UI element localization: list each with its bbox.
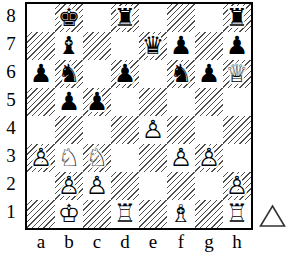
black-pawn-d6[interactable]: ♟ — [114, 60, 136, 88]
rank-label-4: 4 — [0, 114, 22, 142]
square-g6[interactable]: ♟ — [195, 60, 223, 88]
black-bishop-b7[interactable]: ♝ — [58, 32, 80, 60]
square-c2[interactable]: ♙ — [83, 172, 111, 200]
black-pawn-a6[interactable]: ♟ — [30, 60, 52, 88]
rank-label-2: 2 — [0, 170, 22, 198]
file-label-b: b — [55, 231, 83, 253]
white-knight-b3[interactable]: ♘ — [58, 144, 80, 172]
file-label-h: h — [223, 231, 251, 253]
square-h8[interactable]: ♜ — [223, 4, 251, 32]
white-rook-h1[interactable]: ♖ — [226, 200, 248, 228]
black-pawn-h7[interactable]: ♟ — [226, 32, 248, 60]
square-e2[interactable] — [139, 172, 167, 200]
square-c7[interactable] — [83, 32, 111, 60]
rank-label-3: 3 — [0, 142, 22, 170]
square-h1[interactable]: ♖ — [223, 200, 251, 228]
square-a2[interactable] — [27, 172, 55, 200]
square-c1[interactable] — [83, 200, 111, 228]
square-h3[interactable] — [223, 144, 251, 172]
file-label-a: a — [27, 231, 55, 253]
file-label-f: f — [167, 231, 195, 253]
square-h4[interactable] — [223, 116, 251, 144]
white-pawn-g3[interactable]: ♙ — [198, 144, 220, 172]
chess-diagram: 87654321 ♚♜♜♝♛♟♟♟♞♟♞♟♕♟♟♙♙♘♘♙♙♙♙♙♔♖♗♖ ab… — [0, 0, 288, 256]
square-f8[interactable] — [167, 4, 195, 32]
square-g7[interactable] — [195, 32, 223, 60]
square-g5[interactable] — [195, 88, 223, 116]
black-rook-d8[interactable]: ♜ — [114, 4, 136, 32]
square-d6[interactable]: ♟ — [111, 60, 139, 88]
square-d3[interactable] — [111, 144, 139, 172]
square-b6[interactable]: ♞ — [55, 60, 83, 88]
white-pawn-b2[interactable]: ♙ — [58, 172, 80, 200]
square-g4[interactable] — [195, 116, 223, 144]
square-a8[interactable] — [27, 4, 55, 32]
square-h7[interactable]: ♟ — [223, 32, 251, 60]
file-label-d: d — [111, 231, 139, 253]
white-pawn-a3[interactable]: ♙ — [30, 144, 52, 172]
square-h6[interactable]: ♕ — [223, 60, 251, 88]
square-c8[interactable] — [83, 4, 111, 32]
file-label-c: c — [83, 231, 111, 253]
square-f4[interactable] — [167, 116, 195, 144]
file-label-g: g — [195, 231, 223, 253]
white-rook-d1[interactable]: ♖ — [114, 200, 136, 228]
square-d5[interactable] — [111, 88, 139, 116]
square-b2[interactable]: ♙ — [55, 172, 83, 200]
square-f7[interactable]: ♟ — [167, 32, 195, 60]
white-queen-h6[interactable]: ♕ — [226, 60, 248, 88]
square-g2[interactable] — [195, 172, 223, 200]
square-g8[interactable] — [195, 4, 223, 32]
rank-label-1: 1 — [0, 198, 22, 226]
rank-label-7: 7 — [0, 30, 22, 58]
square-g3[interactable]: ♙ — [195, 144, 223, 172]
square-a7[interactable] — [27, 32, 55, 60]
square-f2[interactable] — [167, 172, 195, 200]
square-f3[interactable]: ♙ — [167, 144, 195, 172]
square-h2[interactable]: ♙ — [223, 172, 251, 200]
white-pawn-h2[interactable]: ♙ — [226, 172, 248, 200]
white-bishop-f1[interactable]: ♗ — [170, 200, 192, 228]
rank-labels: 87654321 — [0, 2, 22, 226]
white-pawn-e4[interactable]: ♙ — [142, 116, 164, 144]
square-c3[interactable]: ♘ — [83, 144, 111, 172]
square-b5[interactable]: ♟ — [55, 88, 83, 116]
square-f5[interactable] — [167, 88, 195, 116]
square-a4[interactable] — [27, 116, 55, 144]
square-b7[interactable]: ♝ — [55, 32, 83, 60]
rank-label-6: 6 — [0, 58, 22, 86]
square-e4[interactable]: ♙ — [139, 116, 167, 144]
square-e3[interactable] — [139, 144, 167, 172]
square-d7[interactable] — [111, 32, 139, 60]
square-a1[interactable] — [27, 200, 55, 228]
black-pawn-g6[interactable]: ♟ — [198, 60, 220, 88]
square-g1[interactable] — [195, 200, 223, 228]
black-king-b8[interactable]: ♚ — [58, 4, 80, 32]
white-pawn-c2[interactable]: ♙ — [86, 172, 108, 200]
black-rook-h8[interactable]: ♜ — [226, 4, 248, 32]
square-f6[interactable]: ♞ — [167, 60, 195, 88]
white-to-move-indicator — [259, 204, 286, 228]
black-pawn-b5[interactable]: ♟ — [58, 88, 80, 116]
square-d1[interactable]: ♖ — [111, 200, 139, 228]
square-h5[interactable] — [223, 88, 251, 116]
square-a3[interactable]: ♙ — [27, 144, 55, 172]
white-knight-c3[interactable]: ♘ — [86, 144, 108, 172]
white-king-b1[interactable]: ♔ — [58, 200, 80, 228]
white-pawn-f3[interactable]: ♙ — [170, 144, 192, 172]
file-labels: abcdefgh — [27, 231, 251, 253]
square-f1[interactable]: ♗ — [167, 200, 195, 228]
square-b4[interactable] — [55, 116, 83, 144]
square-e5[interactable] — [139, 88, 167, 116]
square-e1[interactable] — [139, 200, 167, 228]
square-e7[interactable]: ♛ — [139, 32, 167, 60]
black-queen-e7[interactable]: ♛ — [142, 32, 164, 60]
square-a5[interactable] — [27, 88, 55, 116]
square-d4[interactable] — [111, 116, 139, 144]
black-knight-b6[interactable]: ♞ — [58, 60, 80, 88]
file-label-e: e — [139, 231, 167, 253]
black-pawn-c5[interactable]: ♟ — [86, 88, 108, 116]
square-e6[interactable] — [139, 60, 167, 88]
square-d2[interactable] — [111, 172, 139, 200]
square-c6[interactable] — [83, 60, 111, 88]
square-a6[interactable]: ♟ — [27, 60, 55, 88]
square-c4[interactable] — [83, 116, 111, 144]
chess-board[interactable]: ♚♜♜♝♛♟♟♟♞♟♞♟♕♟♟♙♙♘♘♙♙♙♙♙♔♖♗♖ — [25, 2, 253, 230]
square-c5[interactable]: ♟ — [83, 88, 111, 116]
square-b1[interactable]: ♔ — [55, 200, 83, 228]
square-e8[interactable] — [139, 4, 167, 32]
black-knight-f6[interactable]: ♞ — [170, 60, 192, 88]
square-b8[interactable]: ♚ — [55, 4, 83, 32]
rank-label-5: 5 — [0, 86, 22, 114]
square-b3[interactable]: ♘ — [55, 144, 83, 172]
square-d8[interactable]: ♜ — [111, 4, 139, 32]
black-pawn-f7[interactable]: ♟ — [170, 32, 192, 60]
rank-label-8: 8 — [0, 2, 22, 30]
